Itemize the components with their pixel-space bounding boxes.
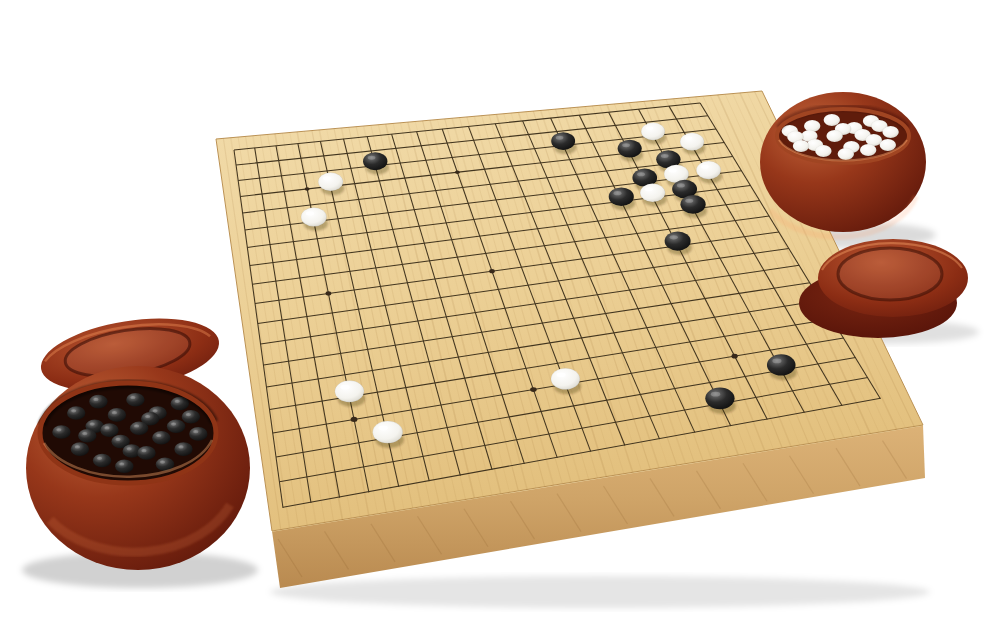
white-stone-D5[interactable] xyxy=(335,381,364,403)
bowl-black-stone-glyph xyxy=(167,420,185,434)
star-point xyxy=(489,269,495,273)
bowl-black-stone-highlight xyxy=(141,449,146,452)
bowl-black-stone-glyph xyxy=(52,425,70,439)
black-stone-O17[interactable] xyxy=(551,132,575,150)
black-stone-glyph xyxy=(705,387,734,409)
bowl-white-stone xyxy=(860,144,876,156)
stone-specular-highlight xyxy=(661,154,669,158)
bowl-black-stone-highlight xyxy=(82,432,87,435)
bowl-black-stone-highlight xyxy=(104,426,109,429)
white-stone-glyph xyxy=(551,368,580,389)
stone-specular-highlight xyxy=(646,126,654,130)
bowl-black-stone-glyph xyxy=(67,406,85,420)
bowl-black-stone-highlight xyxy=(127,447,132,450)
upper-lid-recess xyxy=(838,248,942,300)
white-stone-glyph xyxy=(373,421,403,443)
bowl-black-stone xyxy=(174,442,192,456)
bowl-black-stone xyxy=(100,423,118,437)
bowl-black-stone-highlight xyxy=(160,461,165,464)
bowl-black-stone-glyph xyxy=(182,410,200,424)
bowl-black-stone xyxy=(115,459,133,473)
bowl-black-stone-highlight xyxy=(171,423,176,426)
white-stone-glyph xyxy=(640,184,665,203)
stone-specular-highlight xyxy=(340,385,349,390)
bowl-black-stone xyxy=(137,446,155,460)
star-point xyxy=(351,417,358,422)
black-stone-P13[interactable] xyxy=(609,187,634,206)
bowl-black-stone xyxy=(78,429,96,443)
bowl-black-stone-glyph xyxy=(108,408,126,422)
black-stone-P2[interactable] xyxy=(705,387,734,409)
bowl-black-stone xyxy=(189,427,207,441)
bowl-black-stone xyxy=(182,410,200,424)
bowl-white-stone xyxy=(882,126,898,138)
bowl-black-stone-highlight xyxy=(186,413,191,416)
bowl-black-stone-glyph xyxy=(152,431,170,445)
white-stone-S16[interactable] xyxy=(680,133,704,151)
black-stone-bowl[interactable] xyxy=(26,366,250,570)
stone-specular-highlight xyxy=(701,165,709,169)
bowl-black-stone-glyph xyxy=(78,429,96,443)
bowl-black-stone-glyph xyxy=(130,421,148,435)
bowl-black-stone xyxy=(130,421,148,435)
stone-specular-highlight xyxy=(378,426,388,431)
black-stone-glyph xyxy=(665,231,691,250)
star-point xyxy=(530,387,536,392)
bowl-black-stone xyxy=(167,420,185,434)
black-stone-Q16[interactable] xyxy=(618,140,642,158)
bowl-black-stone-highlight xyxy=(175,400,180,403)
bowl-black-stone-highlight xyxy=(130,396,135,399)
bowl-black-stone xyxy=(89,395,107,409)
black-stone-Q10[interactable] xyxy=(665,231,691,250)
bowl-black-stone-glyph xyxy=(100,423,118,437)
black-stone-R3[interactable] xyxy=(767,354,796,375)
black-stone-R12[interactable] xyxy=(680,195,705,214)
bowl-black-stone-glyph xyxy=(115,459,133,473)
bowl-white-stone xyxy=(815,145,831,157)
bowl-black-stone-highlight xyxy=(90,423,95,426)
star-point xyxy=(455,170,460,174)
star-point xyxy=(305,187,310,191)
bowl-white-stone xyxy=(826,130,842,142)
bowl-black-stone-highlight xyxy=(134,424,139,427)
star-point xyxy=(732,354,738,359)
white-stone-E3[interactable] xyxy=(373,421,403,443)
white-stone-S14[interactable] xyxy=(696,161,721,179)
stone-specular-highlight xyxy=(622,143,630,147)
black-stone-glyph xyxy=(363,152,387,170)
bowl-black-stone xyxy=(152,431,170,445)
bowl-black-stone-glyph xyxy=(189,427,207,441)
stone-specular-highlight xyxy=(368,156,376,160)
bowl-black-stone xyxy=(108,408,126,422)
bowl-white-stone xyxy=(793,140,809,152)
go-scene xyxy=(0,0,1000,625)
stone-specular-highlight xyxy=(711,392,720,397)
bowl-black-stone-highlight xyxy=(112,411,117,414)
stone-specular-highlight xyxy=(685,199,693,203)
bowl-black-stone xyxy=(93,454,111,468)
star-point xyxy=(326,291,332,295)
bowl-black-stone-highlight xyxy=(97,457,102,460)
white-stone-glyph xyxy=(335,381,364,403)
bowl-black-stone-highlight xyxy=(71,409,76,412)
stone-specular-highlight xyxy=(670,235,678,239)
stone-specular-highlight xyxy=(637,172,645,176)
go-photo-svg xyxy=(0,0,1000,625)
bowl-black-stone xyxy=(126,393,144,407)
bowl-black-stone-glyph xyxy=(93,454,111,468)
bowl-black-stone-highlight xyxy=(156,434,161,437)
bowl-black-stone-highlight xyxy=(93,398,98,401)
white-stone-E16[interactable] xyxy=(318,173,343,191)
bowl-black-stone-glyph xyxy=(137,446,155,460)
bowl-black-stone-glyph xyxy=(126,393,144,407)
black-stone-glyph xyxy=(609,187,634,206)
bowl-black-stone-highlight xyxy=(116,438,121,441)
bowl-black-stone xyxy=(52,425,70,439)
stone-specular-highlight xyxy=(323,176,331,180)
stone-specular-highlight xyxy=(677,183,685,187)
white-stone-glyph xyxy=(680,133,704,151)
bowl-black-stone-highlight xyxy=(75,445,80,448)
white-stone-L4[interactable] xyxy=(551,368,580,389)
bowl-white-stone xyxy=(824,114,840,126)
bowl-black-stone xyxy=(71,442,89,456)
stone-specular-highlight xyxy=(645,187,653,191)
stone-specular-highlight xyxy=(772,359,781,364)
black-stone-glyph xyxy=(551,132,575,150)
bowl-white-stone xyxy=(838,148,854,160)
black-stone-G17[interactable] xyxy=(363,152,387,170)
white-stone-glyph xyxy=(641,123,665,141)
stone-specular-highlight xyxy=(685,136,693,140)
bowl-black-stone-highlight xyxy=(145,415,150,418)
bowl-black-stone-glyph xyxy=(89,395,107,409)
bowl-black-stone-highlight xyxy=(119,462,124,465)
stone-specular-highlight xyxy=(306,211,314,215)
stone-specular-highlight xyxy=(556,372,565,377)
black-stone-glyph xyxy=(680,195,705,214)
stone-specular-highlight xyxy=(669,168,677,172)
white-stone-D14[interactable] xyxy=(301,208,327,227)
black-stone-glyph xyxy=(767,354,796,375)
white-stone-glyph xyxy=(301,208,327,227)
bowl-black-stone-highlight xyxy=(193,430,198,433)
white-stone-Q13[interactable] xyxy=(640,184,665,203)
white-stone-glyph xyxy=(318,173,343,191)
board-shadow xyxy=(270,576,930,608)
bowl-black-stone-glyph xyxy=(174,442,192,456)
black-stone-glyph xyxy=(618,140,642,158)
bowl-white-stone xyxy=(880,139,896,151)
white-stone-glyph xyxy=(696,161,721,179)
bowl-black-stone-highlight xyxy=(153,409,158,412)
white-stone-R17[interactable] xyxy=(641,123,665,141)
bowl-black-stone-highlight xyxy=(178,445,183,448)
stone-specular-highlight xyxy=(613,191,621,195)
stone-specular-highlight xyxy=(556,136,564,140)
bowl-black-stone-glyph xyxy=(71,442,89,456)
bowl-black-stone-highlight xyxy=(56,428,61,431)
bowl-black-stone xyxy=(67,406,85,420)
